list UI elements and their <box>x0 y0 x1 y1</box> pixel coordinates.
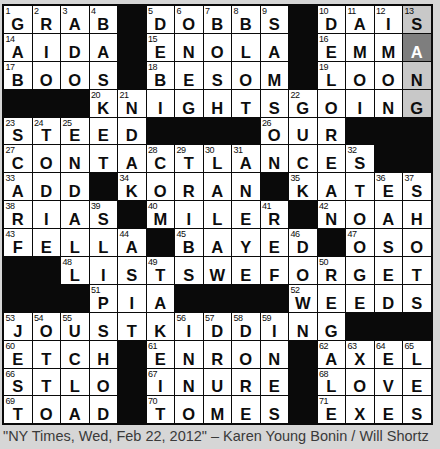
cell-letter: S <box>403 294 431 312</box>
cell-r7c13[interactable]: T <box>346 173 374 200</box>
cell-r15c4[interactable]: D <box>90 396 118 423</box>
cell-r15c6[interactable]: 70T <box>147 396 175 423</box>
cell-r8c15[interactable]: H <box>403 201 431 228</box>
block-r14c11 <box>289 369 317 396</box>
cell-letter: O <box>289 266 317 284</box>
cell-r2c13[interactable]: M <box>346 34 374 61</box>
cell-letter: C <box>289 154 317 172</box>
cell-r9c9[interactable]: Y <box>232 229 260 256</box>
cell-letter: I <box>118 294 146 312</box>
cell-letter: B <box>90 15 118 33</box>
cell-letter: H <box>204 99 232 117</box>
cell-r8c14[interactable]: A <box>375 201 403 228</box>
cell-r13c12[interactable]: 62A <box>318 341 346 368</box>
cell-r3c3[interactable]: O <box>61 62 89 89</box>
cell-r9c3[interactable]: L <box>61 229 89 256</box>
cell-r2c8[interactable]: O <box>204 34 232 61</box>
cell-letter: O <box>346 238 374 256</box>
cell-letter: O <box>318 99 346 117</box>
cell-r2c3[interactable]: D <box>61 34 89 61</box>
cell-r14c9[interactable]: R <box>232 369 260 396</box>
block-r4c2 <box>33 90 61 117</box>
cell-letter: O <box>403 238 431 256</box>
block-r9c6 <box>147 229 175 256</box>
cell-r12c3[interactable]: 55U <box>61 313 89 340</box>
cell-letter: D <box>204 322 232 340</box>
cell-r1c2[interactable]: 2R <box>33 6 61 33</box>
cell-r15c10[interactable]: S <box>261 396 289 423</box>
cell-r4c11[interactable]: 22G <box>289 90 317 117</box>
cell-letter: E <box>147 43 175 61</box>
cell-r6c11[interactable]: C <box>289 145 317 172</box>
cell-r8c1[interactable]: 38R <box>4 201 32 228</box>
cell-r3c7[interactable]: E <box>175 62 203 89</box>
cell-letter: B <box>147 71 175 89</box>
cell-r11c11[interactable]: 52W <box>289 285 317 312</box>
block-r3c5 <box>118 62 146 89</box>
cell-letter: L <box>232 43 260 61</box>
cell-letter: N <box>175 43 203 61</box>
cell-r14c3[interactable]: L <box>61 369 89 396</box>
cell-r13c7[interactable]: N <box>175 341 203 368</box>
cell-r10c8[interactable]: W <box>204 257 232 284</box>
cell-r7c14[interactable]: 36E <box>375 173 403 200</box>
cell-r7c5[interactable]: 34K <box>118 173 146 200</box>
block-r5c6 <box>147 118 175 145</box>
cell-r13c6[interactable]: 61E <box>147 341 175 368</box>
cell-letter: A <box>204 182 232 200</box>
cell-letter: K <box>289 182 317 200</box>
cell-r3c6[interactable]: 18B <box>147 62 175 89</box>
cell-r11c12[interactable]: E <box>318 285 346 312</box>
cell-letter: L <box>61 238 89 256</box>
cell-r1c15[interactable]: 13S <box>403 6 431 33</box>
cell-letter: F <box>4 238 32 256</box>
cell-r6c12[interactable]: E <box>318 145 346 172</box>
cell-letter: I <box>90 266 118 284</box>
cell-r6c5[interactable]: A <box>118 145 146 172</box>
cell-r3c15[interactable]: N <box>403 62 431 89</box>
cell-r9c14[interactable]: S <box>375 229 403 256</box>
cell-r3c9[interactable]: O <box>232 62 260 89</box>
cell-r8c7[interactable]: I <box>175 201 203 228</box>
block-r15c5 <box>118 396 146 423</box>
cell-r8c13[interactable]: O <box>346 201 374 228</box>
cell-letter: N <box>289 322 317 340</box>
cell-letter: I <box>33 43 61 61</box>
cell-r2c4[interactable]: A <box>90 34 118 61</box>
cell-r13c13[interactable]: 63X <box>346 341 374 368</box>
cell-r8c6[interactable]: 40M <box>147 201 175 228</box>
cell-r12c7[interactable]: 56I <box>175 313 203 340</box>
cell-r12c2[interactable]: 54O <box>33 313 61 340</box>
cell-r2c6[interactable]: 15E <box>147 34 175 61</box>
cell-r12c8[interactable]: 57D <box>204 313 232 340</box>
cell-letter: O <box>232 350 260 368</box>
cell-letter: W <box>289 294 317 312</box>
cell-r7c11[interactable]: 35K <box>289 173 317 200</box>
cell-r4c12[interactable]: O <box>318 90 346 117</box>
cell-letter: I <box>175 322 203 340</box>
cell-letter: C <box>61 350 89 368</box>
cell-r7c3[interactable]: D <box>61 173 89 200</box>
cell-r11c4[interactable]: 51P <box>90 285 118 312</box>
cell-letter: N <box>403 71 431 89</box>
cell-r1c9[interactable]: 8B <box>232 6 260 33</box>
cell-r3c10[interactable]: M <box>261 62 289 89</box>
cell-r12c4[interactable]: S <box>90 313 118 340</box>
cell-r5c2[interactable]: 24T <box>33 118 61 145</box>
cell-r4c13[interactable]: I <box>346 90 374 117</box>
cell-letter: X <box>346 405 374 423</box>
cell-letter: D <box>318 15 346 33</box>
cell-r6c4[interactable]: T <box>90 145 118 172</box>
cell-r3c14[interactable]: O <box>375 62 403 89</box>
cell-r15c8[interactable]: M <box>204 396 232 423</box>
cell-r8c2[interactable]: I <box>33 201 61 228</box>
cell-r9c5[interactable]: 44A <box>118 229 146 256</box>
cell-r15c13[interactable]: X <box>346 396 374 423</box>
cell-r8c12[interactable]: 42N <box>318 201 346 228</box>
cell-r4c7[interactable]: G <box>175 90 203 117</box>
cell-letter: E <box>232 405 260 423</box>
block-r11c2 <box>33 285 61 312</box>
cell-r9c13[interactable]: 47O <box>346 229 374 256</box>
cell-letter: S <box>403 15 431 33</box>
cell-r10c11[interactable]: O <box>289 257 317 284</box>
cell-letter: A <box>61 15 89 33</box>
cell-r15c12[interactable]: 71E <box>318 396 346 423</box>
cell-r9c4[interactable]: L <box>90 229 118 256</box>
cell-r5c1[interactable]: 23S <box>4 118 32 145</box>
cell-letter: L <box>318 377 346 395</box>
cell-r11c14[interactable]: D <box>375 285 403 312</box>
cell-r6c1[interactable]: 27C <box>4 145 32 172</box>
cell-r8c8[interactable]: L <box>204 201 232 228</box>
cell-r14c13[interactable]: O <box>346 369 374 396</box>
block-r10c1 <box>4 257 32 284</box>
cell-letter: R <box>318 126 346 144</box>
cell-r6c9[interactable]: 31A <box>232 145 260 172</box>
cell-letter: E <box>61 126 89 144</box>
cell-r7c6[interactable]: O <box>147 173 175 200</box>
cell-letter: L <box>61 266 89 284</box>
cell-r15c2[interactable]: O <box>33 396 61 423</box>
block-r5c14 <box>375 118 403 145</box>
cell-r11c5[interactable]: I <box>118 285 146 312</box>
cell-r14c1[interactable]: 66S <box>4 369 32 396</box>
cell-r1c6[interactable]: 5D <box>147 6 175 33</box>
block-r11c10 <box>261 285 289 312</box>
cell-r12c1[interactable]: 53J <box>4 313 32 340</box>
cell-r2c9[interactable]: L <box>232 34 260 61</box>
cell-r9c7[interactable]: 45B <box>175 229 203 256</box>
cell-letter: L <box>61 377 89 395</box>
cell-r15c14[interactable]: E <box>375 396 403 423</box>
cell-r13c10[interactable]: N <box>261 341 289 368</box>
cell-r8c9[interactable]: E <box>232 201 260 228</box>
cell-letter: K <box>147 322 175 340</box>
cell-letter: D <box>118 126 146 144</box>
cell-r4c6[interactable]: I <box>147 90 175 117</box>
cell-r9c11[interactable]: 46D <box>289 229 317 256</box>
cell-r9c2[interactable]: E <box>33 229 61 256</box>
cell-letter: I <box>175 210 203 228</box>
cell-letter: O <box>261 126 289 144</box>
cell-r10c7[interactable]: S <box>175 257 203 284</box>
cell-r13c2[interactable]: T <box>33 341 61 368</box>
cell-r4c10[interactable]: S <box>261 90 289 117</box>
cell-letter: E <box>175 71 203 89</box>
cell-letter: S <box>118 266 146 284</box>
cell-r14c4[interactable]: O <box>90 369 118 396</box>
cell-letter: D <box>232 322 260 340</box>
cell-letter: L <box>403 350 431 368</box>
cell-r5c10[interactable]: 26O <box>261 118 289 145</box>
cell-letter: E <box>232 210 260 228</box>
cell-letter: T <box>33 126 61 144</box>
cell-r2c7[interactable]: N <box>175 34 203 61</box>
cell-r1c3[interactable]: 3A <box>61 6 89 33</box>
cell-letter: T <box>118 322 146 340</box>
cell-r3c8[interactable]: S <box>204 62 232 89</box>
cell-r5c5[interactable]: D <box>118 118 146 145</box>
cell-r10c5[interactable]: S <box>118 257 146 284</box>
cell-letter: A <box>346 15 374 33</box>
cell-r5c12[interactable]: R <box>318 118 346 145</box>
cell-letter: S <box>4 377 32 395</box>
cell-r7c7[interactable]: R <box>175 173 203 200</box>
cell-letter: A <box>118 154 146 172</box>
block-r15c11 <box>289 396 317 423</box>
cell-r10c15[interactable]: T <box>403 257 431 284</box>
cell-r14c2[interactable]: T <box>33 369 61 396</box>
cell-r7c15[interactable]: 37S <box>403 173 431 200</box>
cell-r6c10[interactable]: N <box>261 145 289 172</box>
cell-r12c10[interactable]: 59I <box>261 313 289 340</box>
cell-r15c7[interactable]: O <box>175 396 203 423</box>
cell-r13c1[interactable]: 60E <box>4 341 32 368</box>
cell-r6c13[interactable]: 32S <box>346 145 374 172</box>
cell-r10c13[interactable]: G <box>346 257 374 284</box>
cell-r7c9[interactable]: N <box>232 173 260 200</box>
cell-r2c15[interactable]: A <box>403 34 431 61</box>
cell-r15c15[interactable]: S <box>403 396 431 423</box>
cell-r5c11[interactable]: U <box>289 118 317 145</box>
cell-r7c12[interactable]: A <box>318 173 346 200</box>
cell-r9c15[interactable]: O <box>403 229 431 256</box>
cell-letter: E <box>318 294 346 312</box>
cell-letter: G <box>346 266 374 284</box>
cell-letter: N <box>61 154 89 172</box>
cell-r4c14[interactable]: N <box>375 90 403 117</box>
cell-r1c12[interactable]: 10D <box>318 6 346 33</box>
cell-r8c10[interactable]: 41R <box>261 201 289 228</box>
cell-letter: O <box>175 15 203 33</box>
cell-r9c8[interactable]: A <box>204 229 232 256</box>
cell-r10c4[interactable]: I <box>90 257 118 284</box>
cell-r3c4[interactable]: S <box>90 62 118 89</box>
cell-r1c7[interactable]: 6O <box>175 6 203 33</box>
cell-r1c1[interactable]: 1G <box>4 6 32 33</box>
cell-r15c3[interactable]: A <box>61 396 89 423</box>
block-r5c8 <box>204 118 232 145</box>
cell-letter: T <box>147 405 175 423</box>
cell-r10c12[interactable]: 50R <box>318 257 346 284</box>
cell-letter: A <box>118 238 146 256</box>
cell-r4c5[interactable]: 21N <box>118 90 146 117</box>
cell-r14c15[interactable]: E <box>403 369 431 396</box>
cell-letter: T <box>90 154 118 172</box>
cell-letter: K <box>90 99 118 117</box>
cell-letter: E <box>318 43 346 61</box>
cell-r12c12[interactable]: G <box>318 313 346 340</box>
cell-r12c6[interactable]: K <box>147 313 175 340</box>
cell-r6c6[interactable]: 28C <box>147 145 175 172</box>
cell-r13c8[interactable]: R <box>204 341 232 368</box>
cell-letter: E <box>261 377 289 395</box>
cell-r13c14[interactable]: 64E <box>375 341 403 368</box>
cell-r10c14[interactable]: E <box>375 257 403 284</box>
cell-letter: A <box>261 43 289 61</box>
cell-letter: D <box>61 43 89 61</box>
cell-r12c11[interactable]: N <box>289 313 317 340</box>
cell-letter: J <box>4 322 32 340</box>
cell-letter: N <box>261 154 289 172</box>
cell-r7c8[interactable]: A <box>204 173 232 200</box>
cell-r4c15[interactable]: G <box>403 90 431 117</box>
cell-letter: R <box>261 210 289 228</box>
cell-r8c3[interactable]: A <box>61 201 89 228</box>
block-r11c8 <box>204 285 232 312</box>
cell-letter: N <box>375 99 403 117</box>
cell-letter: E <box>4 350 32 368</box>
cell-r3c12[interactable]: 19L <box>318 62 346 89</box>
cell-r14c7[interactable]: N <box>175 369 203 396</box>
cell-letter: G <box>289 99 317 117</box>
cell-letter: T <box>232 99 260 117</box>
cell-r10c10[interactable]: F <box>261 257 289 284</box>
cell-r14c8[interactable]: U <box>204 369 232 396</box>
cell-r12c5[interactable]: T <box>118 313 146 340</box>
cell-r2c12[interactable]: 16E <box>318 34 346 61</box>
cell-r6c7[interactable]: 29T <box>175 145 203 172</box>
block-r4c3 <box>61 90 89 117</box>
cell-r10c6[interactable]: 49T <box>147 257 175 284</box>
cell-r6c3[interactable]: N <box>61 145 89 172</box>
cell-r3c2[interactable]: O <box>33 62 61 89</box>
cell-r4c4[interactable]: 20K <box>90 90 118 117</box>
cell-letter: A <box>61 405 89 423</box>
cell-letter: A <box>318 350 346 368</box>
cell-r2c10[interactable]: A <box>261 34 289 61</box>
cell-r7c2[interactable]: D <box>33 173 61 200</box>
cell-letter: S <box>375 238 403 256</box>
block-r10c2 <box>33 257 61 284</box>
cell-letter: Y <box>232 238 260 256</box>
cell-r11c13[interactable]: E <box>346 285 374 312</box>
block-r14c5 <box>118 369 146 396</box>
cell-r13c15[interactable]: 65L <box>403 341 431 368</box>
cell-r10c9[interactable]: E <box>232 257 260 284</box>
cell-r14c6[interactable]: 67I <box>147 369 175 396</box>
cell-letter: I <box>147 377 175 395</box>
cell-r1c13[interactable]: 11A <box>346 6 374 33</box>
cell-letter: S <box>261 15 289 33</box>
cell-r13c3[interactable]: C <box>61 341 89 368</box>
cell-r4c8[interactable]: H <box>204 90 232 117</box>
cell-r3c1[interactable]: 17B <box>4 62 32 89</box>
cell-r2c2[interactable]: I <box>33 34 61 61</box>
cell-r1c10[interactable]: 9S <box>261 6 289 33</box>
cell-r10c3[interactable]: 48L <box>61 257 89 284</box>
cell-r12c9[interactable]: 58D <box>232 313 260 340</box>
cell-r1c8[interactable]: 7B <box>204 6 232 33</box>
cell-r2c1[interactable]: 14A <box>4 34 32 61</box>
cell-letter: P <box>90 294 118 312</box>
block-r7c4 <box>90 173 118 200</box>
cell-r14c12[interactable]: 68L <box>318 369 346 396</box>
cell-letter: E <box>375 266 403 284</box>
cell-letter: E <box>346 294 374 312</box>
block-r11c7 <box>175 285 203 312</box>
cell-r11c15[interactable]: S <box>403 285 431 312</box>
cell-letter: A <box>204 238 232 256</box>
cell-letter: O <box>346 377 374 395</box>
cell-letter: A <box>90 43 118 61</box>
cell-r5c4[interactable]: E <box>90 118 118 145</box>
block-r5c13 <box>346 118 374 145</box>
cell-r14c14[interactable]: V <box>375 369 403 396</box>
cell-letter: A <box>4 43 32 61</box>
cell-r7c1[interactable]: 33A <box>4 173 32 200</box>
block-r2c5 <box>118 34 146 61</box>
cell-letter: U <box>289 126 317 144</box>
cell-r6c2[interactable]: O <box>33 145 61 172</box>
cell-r2c14[interactable]: M <box>375 34 403 61</box>
cell-r9c1[interactable]: 43F <box>4 229 32 256</box>
cell-r9c10[interactable]: E <box>261 229 289 256</box>
cell-r3c13[interactable]: O <box>346 62 374 89</box>
cell-r15c9[interactable]: E <box>232 396 260 423</box>
cell-letter: U <box>61 322 89 340</box>
cell-r11c6[interactable]: A <box>147 285 175 312</box>
cell-r6c8[interactable]: 30L <box>204 145 232 172</box>
cell-r14c10[interactable]: E <box>261 369 289 396</box>
cell-r4c9[interactable]: T <box>232 90 260 117</box>
cell-letter: R <box>318 266 346 284</box>
cell-letter: L <box>204 210 232 228</box>
block-r11c1 <box>4 285 32 312</box>
cell-letter: O <box>90 377 118 395</box>
cell-letter: D <box>90 405 118 423</box>
cell-r1c14[interactable]: 12I <box>375 6 403 33</box>
cell-letter: C <box>147 154 175 172</box>
cell-letter: A <box>61 210 89 228</box>
cell-r13c4[interactable]: H <box>90 341 118 368</box>
cell-letter: R <box>33 15 61 33</box>
cell-r13c9[interactable]: O <box>232 341 260 368</box>
cell-r8c4[interactable]: 39S <box>90 201 118 228</box>
cell-r1c4[interactable]: 4B <box>90 6 118 33</box>
cell-letter: S <box>403 405 431 423</box>
cell-letter: T <box>346 182 374 200</box>
cell-r15c1[interactable]: 69T <box>4 396 32 423</box>
cell-letter: O <box>346 71 374 89</box>
block-r5c7 <box>175 118 203 145</box>
cell-letter: D <box>289 238 317 256</box>
cell-r5c3[interactable]: 25E <box>61 118 89 145</box>
